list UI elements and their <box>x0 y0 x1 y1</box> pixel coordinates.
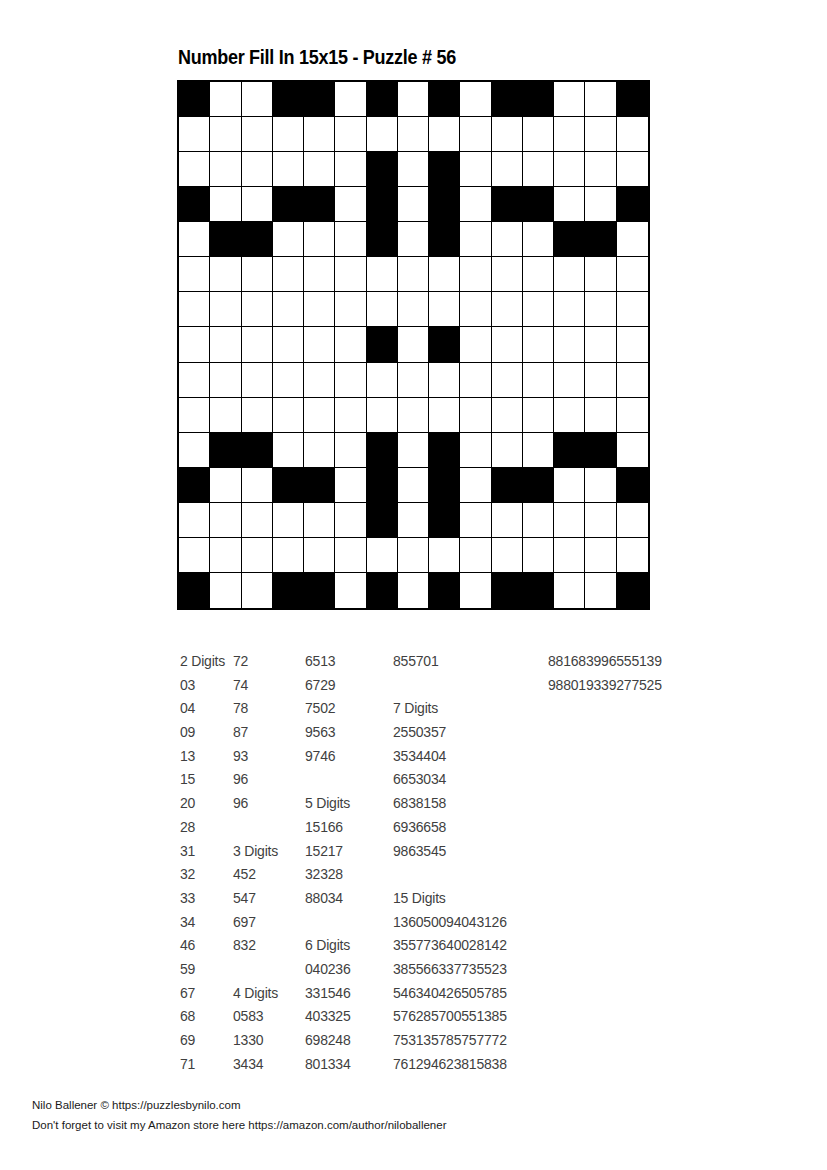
entry-cell-r3c11[interactable] <box>492 152 523 187</box>
entry-cell-r1c3[interactable] <box>242 82 273 117</box>
entry-cell-r14c4[interactable] <box>273 538 304 573</box>
clue-number: 6729 <box>305 674 393 698</box>
entry-cell-r3c3[interactable] <box>242 152 273 187</box>
block-cell-r4c5 <box>304 187 335 222</box>
entry-cell-r7c15[interactable] <box>617 292 648 327</box>
clue-list: 2 Digits03040913152028313233344659676869… <box>180 650 678 1076</box>
entry-cell-r13c8[interactable] <box>398 503 429 538</box>
entry-cell-r9c8[interactable] <box>398 363 429 398</box>
entry-cell-r8c6[interactable] <box>335 327 366 362</box>
clue-number: 3434 <box>233 1053 305 1077</box>
footer-amazon-note: Don't forget to visit my Amazon store he… <box>32 1116 446 1136</box>
clue-group-header: 2 Digits <box>180 650 233 674</box>
entry-cell-r14c11[interactable] <box>492 538 523 573</box>
entry-cell-r13c4[interactable] <box>273 503 304 538</box>
clue-number: 15 <box>180 768 233 792</box>
clue-number: 69 <box>180 1029 233 1053</box>
entry-cell-r2c4[interactable] <box>273 117 304 152</box>
entry-cell-r8c13[interactable] <box>554 327 585 362</box>
entry-cell-r4c14[interactable] <box>585 187 616 222</box>
entry-cell-r13c1[interactable] <box>179 503 210 538</box>
entry-cell-r7c1[interactable] <box>179 292 210 327</box>
entry-cell-r2c11[interactable] <box>492 117 523 152</box>
entry-cell-r5c1[interactable] <box>179 222 210 257</box>
clue-number: 6653034 <box>393 768 548 792</box>
entry-cell-r1c14[interactable] <box>585 82 616 117</box>
entry-cell-r7c10[interactable] <box>460 292 491 327</box>
entry-cell-r10c15[interactable] <box>617 398 648 433</box>
entry-cell-r15c13[interactable] <box>554 573 585 608</box>
entry-cell-r3c15[interactable] <box>617 152 648 187</box>
entry-cell-r8c2[interactable] <box>210 327 241 362</box>
entry-cell-r4c13[interactable] <box>554 187 585 222</box>
entry-cell-r2c12[interactable] <box>523 117 554 152</box>
entry-cell-r2c14[interactable] <box>585 117 616 152</box>
entry-cell-r5c4[interactable] <box>273 222 304 257</box>
clue-number: 761294623815838 <box>393 1053 548 1077</box>
clue-number: 331546 <box>305 982 393 1006</box>
entry-cell-r11c6[interactable] <box>335 433 366 468</box>
clue-number: 452 <box>233 863 305 887</box>
clue-number: 9563 <box>305 721 393 745</box>
entry-cell-r9c6[interactable] <box>335 363 366 398</box>
clue-spacer <box>548 887 678 911</box>
entry-cell-r6c13[interactable] <box>554 257 585 292</box>
entry-cell-r6c8[interactable] <box>398 257 429 292</box>
entry-cell-r11c12[interactable] <box>523 433 554 468</box>
entry-cell-r9c14[interactable] <box>585 363 616 398</box>
entry-cell-r12c2[interactable] <box>210 468 241 503</box>
entry-cell-r10c13[interactable] <box>554 398 585 433</box>
entry-cell-r14c14[interactable] <box>585 538 616 573</box>
block-cell-r4c4 <box>273 187 304 222</box>
entry-cell-r10c8[interactable] <box>398 398 429 433</box>
entry-cell-r11c5[interactable] <box>304 433 335 468</box>
entry-cell-r4c8[interactable] <box>398 187 429 222</box>
block-cell-r11c14 <box>585 433 616 468</box>
footer-credit: Nilo Ballener © https://puzzlesbynilo.co… <box>32 1096 446 1116</box>
entry-cell-r1c6[interactable] <box>335 82 366 117</box>
entry-cell-r1c10[interactable] <box>460 82 491 117</box>
entry-cell-r8c4[interactable] <box>273 327 304 362</box>
entry-cell-r9c3[interactable] <box>242 363 273 398</box>
entry-cell-r4c3[interactable] <box>242 187 273 222</box>
entry-cell-r14c10[interactable] <box>460 538 491 573</box>
block-cell-r12c15 <box>617 468 648 503</box>
entry-cell-r2c13[interactable] <box>554 117 585 152</box>
entry-cell-r8c11[interactable] <box>492 327 523 362</box>
block-cell-r12c4 <box>273 468 304 503</box>
entry-cell-r8c3[interactable] <box>242 327 273 362</box>
block-cell-r1c1 <box>179 82 210 117</box>
clue-number: 832 <box>233 934 305 958</box>
block-cell-r12c5 <box>304 468 335 503</box>
clue-number: 68 <box>180 1005 233 1029</box>
entry-cell-r13c13[interactable] <box>554 503 585 538</box>
clue-spacer <box>548 792 678 816</box>
clue-spacer <box>548 1005 678 1029</box>
clue-spacer <box>548 721 678 745</box>
block-cell-r5c7 <box>367 222 398 257</box>
clue-column-4: 8557017 Digits25503573534404665303468381… <box>393 650 548 1076</box>
block-cell-r5c2 <box>210 222 241 257</box>
entry-cell-r9c15[interactable] <box>617 363 648 398</box>
clue-number: 9863545 <box>393 840 548 864</box>
clue-spacer <box>233 958 305 982</box>
entry-cell-r10c2[interactable] <box>210 398 241 433</box>
entry-cell-r6c9[interactable] <box>429 257 460 292</box>
entry-cell-r8c12[interactable] <box>523 327 554 362</box>
entry-cell-r14c9[interactable] <box>429 538 460 573</box>
entry-cell-r11c15[interactable] <box>617 433 648 468</box>
entry-cell-r9c2[interactable] <box>210 363 241 398</box>
entry-cell-r2c9[interactable] <box>429 117 460 152</box>
clue-number: 46 <box>180 934 233 958</box>
block-cell-r12c9 <box>429 468 460 503</box>
entry-cell-r6c11[interactable] <box>492 257 523 292</box>
clue-spacer <box>305 768 393 792</box>
block-cell-r13c9 <box>429 503 460 538</box>
entry-cell-r6c15[interactable] <box>617 257 648 292</box>
block-cell-r1c7 <box>367 82 398 117</box>
clue-number: 88034 <box>305 887 393 911</box>
entry-cell-r6c5[interactable] <box>304 257 335 292</box>
entry-cell-r9c1[interactable] <box>179 363 210 398</box>
entry-cell-r4c10[interactable] <box>460 187 491 222</box>
clue-number: 32328 <box>305 863 393 887</box>
entry-cell-r5c8[interactable] <box>398 222 429 257</box>
entry-cell-r13c15[interactable] <box>617 503 648 538</box>
entry-cell-r3c4[interactable] <box>273 152 304 187</box>
clue-number: 9746 <box>305 745 393 769</box>
entry-cell-r12c6[interactable] <box>335 468 366 503</box>
entry-cell-r8c1[interactable] <box>179 327 210 362</box>
entry-cell-r8c14[interactable] <box>585 327 616 362</box>
entry-cell-r9c11[interactable] <box>492 363 523 398</box>
entry-cell-r13c6[interactable] <box>335 503 366 538</box>
block-cell-r1c11 <box>492 82 523 117</box>
entry-cell-r2c15[interactable] <box>617 117 648 152</box>
entry-cell-r6c14[interactable] <box>585 257 616 292</box>
entry-cell-r7c2[interactable] <box>210 292 241 327</box>
entry-cell-r3c13[interactable] <box>554 152 585 187</box>
block-cell-r11c9 <box>429 433 460 468</box>
entry-cell-r10c10[interactable] <box>460 398 491 433</box>
entry-cell-r15c6[interactable] <box>335 573 366 608</box>
block-cell-r15c15 <box>617 573 648 608</box>
clue-number: 28 <box>180 816 233 840</box>
entry-cell-r7c8[interactable] <box>398 292 429 327</box>
entry-cell-r15c3[interactable] <box>242 573 273 608</box>
entry-cell-r2c3[interactable] <box>242 117 273 152</box>
entry-cell-r13c12[interactable] <box>523 503 554 538</box>
entry-cell-r2c7[interactable] <box>367 117 398 152</box>
entry-cell-r12c13[interactable] <box>554 468 585 503</box>
entry-cell-r10c14[interactable] <box>585 398 616 433</box>
clue-spacer <box>548 958 678 982</box>
clue-spacer <box>548 1029 678 1053</box>
entry-cell-r3c12[interactable] <box>523 152 554 187</box>
entry-cell-r1c8[interactable] <box>398 82 429 117</box>
entry-cell-r7c9[interactable] <box>429 292 460 327</box>
clue-number: 71 <box>180 1053 233 1077</box>
entry-cell-r14c12[interactable] <box>523 538 554 573</box>
entry-cell-r15c10[interactable] <box>460 573 491 608</box>
entry-cell-r6c1[interactable] <box>179 257 210 292</box>
block-cell-r4c1 <box>179 187 210 222</box>
entry-cell-r2c10[interactable] <box>460 117 491 152</box>
entry-cell-r1c2[interactable] <box>210 82 241 117</box>
block-cell-r13c7 <box>367 503 398 538</box>
block-cell-r8c7 <box>367 327 398 362</box>
clue-column-2: 727478879396963 Digits4525476978324 Digi… <box>233 650 305 1076</box>
entry-cell-r14c7[interactable] <box>367 538 398 573</box>
block-cell-r5c9 <box>429 222 460 257</box>
entry-cell-r10c6[interactable] <box>335 398 366 433</box>
entry-cell-r3c14[interactable] <box>585 152 616 187</box>
clue-number: 881683996555139 <box>548 650 678 674</box>
clue-number: 03 <box>180 674 233 698</box>
clue-number: 385566337735523 <box>393 958 548 982</box>
entry-cell-r4c6[interactable] <box>335 187 366 222</box>
entry-cell-r13c3[interactable] <box>242 503 273 538</box>
clue-spacer <box>548 911 678 935</box>
clue-number: 6513 <box>305 650 393 674</box>
entry-cell-r13c10[interactable] <box>460 503 491 538</box>
block-cell-r15c12 <box>523 573 554 608</box>
entry-cell-r3c6[interactable] <box>335 152 366 187</box>
entry-cell-r9c12[interactable] <box>523 363 554 398</box>
entry-cell-r10c9[interactable] <box>429 398 460 433</box>
block-cell-r15c7 <box>367 573 398 608</box>
block-cell-r15c11 <box>492 573 523 608</box>
entry-cell-r7c11[interactable] <box>492 292 523 327</box>
entry-cell-r2c8[interactable] <box>398 117 429 152</box>
clue-number: 72 <box>233 650 305 674</box>
block-cell-r1c5 <box>304 82 335 117</box>
entry-cell-r14c3[interactable] <box>242 538 273 573</box>
clue-number: 547 <box>233 887 305 911</box>
block-cell-r1c12 <box>523 82 554 117</box>
block-cell-r3c9 <box>429 152 460 187</box>
clue-number: 1330 <box>233 1029 305 1053</box>
entry-cell-r6c6[interactable] <box>335 257 366 292</box>
entry-cell-r2c1[interactable] <box>179 117 210 152</box>
entry-cell-r5c12[interactable] <box>523 222 554 257</box>
entry-cell-r14c1[interactable] <box>179 538 210 573</box>
block-cell-r11c2 <box>210 433 241 468</box>
entry-cell-r9c4[interactable] <box>273 363 304 398</box>
block-cell-r15c1 <box>179 573 210 608</box>
entry-cell-r7c5[interactable] <box>304 292 335 327</box>
entry-cell-r5c5[interactable] <box>304 222 335 257</box>
block-cell-r1c15 <box>617 82 648 117</box>
entry-cell-r8c15[interactable] <box>617 327 648 362</box>
entry-cell-r10c5[interactable] <box>304 398 335 433</box>
entry-cell-r9c7[interactable] <box>367 363 398 398</box>
clue-number: 801334 <box>305 1053 393 1077</box>
clue-number: 697 <box>233 911 305 935</box>
entry-cell-r7c4[interactable] <box>273 292 304 327</box>
entry-cell-r7c13[interactable] <box>554 292 585 327</box>
block-cell-r12c1 <box>179 468 210 503</box>
block-cell-r12c11 <box>492 468 523 503</box>
block-cell-r15c9 <box>429 573 460 608</box>
entry-cell-r11c4[interactable] <box>273 433 304 468</box>
entry-cell-r5c11[interactable] <box>492 222 523 257</box>
entry-cell-r3c1[interactable] <box>179 152 210 187</box>
puzzle-title: Number Fill In 15x15 - Puzzle # 56 <box>178 46 456 69</box>
puzzle-page: Number Fill In 15x15 - Puzzle # 56 2 Dig… <box>0 0 827 1170</box>
block-cell-r15c4 <box>273 573 304 608</box>
clue-number: 32 <box>180 863 233 887</box>
entry-cell-r6c3[interactable] <box>242 257 273 292</box>
entry-cell-r10c7[interactable] <box>367 398 398 433</box>
block-cell-r5c13 <box>554 222 585 257</box>
entry-cell-r12c3[interactable] <box>242 468 273 503</box>
entry-cell-r9c10[interactable] <box>460 363 491 398</box>
entry-cell-r5c15[interactable] <box>617 222 648 257</box>
entry-cell-r11c11[interactable] <box>492 433 523 468</box>
entry-cell-r10c1[interactable] <box>179 398 210 433</box>
clue-number: 20 <box>180 792 233 816</box>
entry-cell-r3c8[interactable] <box>398 152 429 187</box>
clue-number: 31 <box>180 840 233 864</box>
clue-number: 67 <box>180 982 233 1006</box>
entry-cell-r7c7[interactable] <box>367 292 398 327</box>
entry-cell-r3c2[interactable] <box>210 152 241 187</box>
entry-cell-r3c10[interactable] <box>460 152 491 187</box>
clue-number: 355773640028142 <box>393 934 548 958</box>
block-cell-r11c3 <box>242 433 273 468</box>
clue-number: 136050094043126 <box>393 911 548 935</box>
entry-cell-r2c6[interactable] <box>335 117 366 152</box>
clue-number: 78 <box>233 697 305 721</box>
clue-number: 988019339277525 <box>548 674 678 698</box>
clue-number: 59 <box>180 958 233 982</box>
entry-cell-r5c10[interactable] <box>460 222 491 257</box>
block-cell-r5c3 <box>242 222 273 257</box>
block-cell-r4c12 <box>523 187 554 222</box>
entry-cell-r12c10[interactable] <box>460 468 491 503</box>
entry-cell-r12c8[interactable] <box>398 468 429 503</box>
clue-number: 855701 <box>393 650 548 674</box>
clue-number: 7502 <box>305 697 393 721</box>
entry-cell-r6c2[interactable] <box>210 257 241 292</box>
entry-cell-r5c6[interactable] <box>335 222 366 257</box>
entry-cell-r13c14[interactable] <box>585 503 616 538</box>
entry-cell-r14c5[interactable] <box>304 538 335 573</box>
clue-number: 6838158 <box>393 792 548 816</box>
clue-column-1: 2 Digits03040913152028313233344659676869… <box>180 650 233 1076</box>
block-cell-r3c7 <box>367 152 398 187</box>
block-cell-r12c7 <box>367 468 398 503</box>
entry-cell-r4c2[interactable] <box>210 187 241 222</box>
entry-cell-r6c4[interactable] <box>273 257 304 292</box>
entry-cell-r14c6[interactable] <box>335 538 366 573</box>
clue-spacer <box>548 863 678 887</box>
entry-cell-r8c5[interactable] <box>304 327 335 362</box>
clue-number: 96 <box>233 768 305 792</box>
clue-number: 753135785757772 <box>393 1029 548 1053</box>
block-cell-r1c4 <box>273 82 304 117</box>
entry-cell-r13c2[interactable] <box>210 503 241 538</box>
entry-cell-r2c5[interactable] <box>304 117 335 152</box>
entry-cell-r6c12[interactable] <box>523 257 554 292</box>
block-cell-r8c9 <box>429 327 460 362</box>
clue-spacer <box>548 840 678 864</box>
block-cell-r5c14 <box>585 222 616 257</box>
clue-number: 33 <box>180 887 233 911</box>
entry-cell-r15c14[interactable] <box>585 573 616 608</box>
block-cell-r11c13 <box>554 433 585 468</box>
entry-cell-r6c7[interactable] <box>367 257 398 292</box>
entry-cell-r2c2[interactable] <box>210 117 241 152</box>
clue-number: 93 <box>233 745 305 769</box>
entry-cell-r9c5[interactable] <box>304 363 335 398</box>
entry-cell-r6c10[interactable] <box>460 257 491 292</box>
entry-cell-r15c2[interactable] <box>210 573 241 608</box>
clue-group-header: 4 Digits <box>233 982 305 1006</box>
clue-spacer <box>393 863 548 887</box>
entry-cell-r14c15[interactable] <box>617 538 648 573</box>
clue-number: 15217 <box>305 840 393 864</box>
footer: Nilo Ballener © https://puzzlesbynilo.co… <box>32 1096 446 1135</box>
entry-cell-r1c13[interactable] <box>554 82 585 117</box>
block-cell-r4c9 <box>429 187 460 222</box>
entry-cell-r7c6[interactable] <box>335 292 366 327</box>
entry-cell-r3c5[interactable] <box>304 152 335 187</box>
entry-cell-r12c14[interactable] <box>585 468 616 503</box>
clue-number: 698248 <box>305 1029 393 1053</box>
entry-cell-r14c13[interactable] <box>554 538 585 573</box>
entry-cell-r14c8[interactable] <box>398 538 429 573</box>
clue-column-5: 881683996555139988019339277525 <box>548 650 678 1076</box>
entry-cell-r7c3[interactable] <box>242 292 273 327</box>
clue-spacer <box>548 768 678 792</box>
clue-spacer <box>548 816 678 840</box>
entry-cell-r8c10[interactable] <box>460 327 491 362</box>
clue-number: 2550357 <box>393 721 548 745</box>
clue-number: 13 <box>180 745 233 769</box>
entry-cell-r7c12[interactable] <box>523 292 554 327</box>
block-cell-r4c15 <box>617 187 648 222</box>
entry-cell-r9c13[interactable] <box>554 363 585 398</box>
entry-cell-r11c1[interactable] <box>179 433 210 468</box>
block-cell-r4c11 <box>492 187 523 222</box>
clue-spacer <box>233 816 305 840</box>
entry-cell-r10c3[interactable] <box>242 398 273 433</box>
clue-group-header: 7 Digits <box>393 697 548 721</box>
entry-cell-r10c11[interactable] <box>492 398 523 433</box>
entry-cell-r10c12[interactable] <box>523 398 554 433</box>
entry-cell-r8c8[interactable] <box>398 327 429 362</box>
entry-cell-r11c8[interactable] <box>398 433 429 468</box>
clue-number: 04 <box>180 697 233 721</box>
entry-cell-r9c9[interactable] <box>429 363 460 398</box>
entry-cell-r14c2[interactable] <box>210 538 241 573</box>
entry-cell-r11c10[interactable] <box>460 433 491 468</box>
entry-cell-r10c4[interactable] <box>273 398 304 433</box>
clue-group-header: 3 Digits <box>233 840 305 864</box>
clue-number: 040236 <box>305 958 393 982</box>
entry-cell-r15c8[interactable] <box>398 573 429 608</box>
block-cell-r4c7 <box>367 187 398 222</box>
entry-cell-r13c11[interactable] <box>492 503 523 538</box>
block-cell-r15c5 <box>304 573 335 608</box>
entry-cell-r7c14[interactable] <box>585 292 616 327</box>
entry-cell-r13c5[interactable] <box>304 503 335 538</box>
